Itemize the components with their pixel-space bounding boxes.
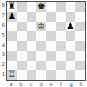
square-h5[interactable] (75, 31, 85, 41)
square-a7[interactable]: ♟ (7, 12, 17, 22)
square-f6[interactable] (56, 22, 66, 32)
square-f1[interactable] (56, 70, 66, 80)
square-g3[interactable] (66, 51, 76, 61)
square-a5[interactable] (7, 31, 17, 41)
square-e5[interactable] (46, 31, 56, 41)
square-h7[interactable] (75, 12, 85, 22)
black-pawn[interactable]: ♟ (66, 22, 76, 32)
square-c8[interactable] (27, 2, 37, 12)
square-d2[interactable] (36, 61, 46, 71)
chess-diagram: 8 7 6 5 4 3 2 1 ♜♚♟♔♟♖ a b c d e f g h (0, 0, 87, 87)
square-d6[interactable]: ♔ (36, 22, 46, 32)
square-b2[interactable] (17, 61, 27, 71)
square-f8[interactable] (56, 2, 66, 12)
file-label-f: f (56, 81, 66, 87)
square-b5[interactable] (17, 31, 27, 41)
file-labels: a b c d e f g h (6, 80, 86, 87)
square-c7[interactable] (27, 12, 37, 22)
square-d3[interactable] (36, 51, 46, 61)
file-label-e: e (46, 81, 56, 87)
square-h1[interactable] (75, 70, 85, 80)
square-e3[interactable] (46, 51, 56, 61)
square-c6[interactable] (27, 22, 37, 32)
square-g6[interactable]: ♟ (66, 22, 76, 32)
square-h2[interactable] (75, 61, 85, 71)
file-label-g: g (66, 81, 76, 87)
white-king[interactable]: ♔ (36, 22, 46, 32)
square-c5[interactable] (27, 31, 37, 41)
square-f4[interactable] (56, 41, 66, 51)
square-c4[interactable] (27, 41, 37, 51)
square-g8[interactable] (66, 2, 76, 12)
file-label-h: h (76, 81, 86, 87)
white-rook[interactable]: ♖ (7, 70, 17, 80)
square-b6[interactable] (17, 22, 27, 32)
square-d5[interactable] (36, 31, 46, 41)
square-e1[interactable] (46, 70, 56, 80)
file-label-c: c (26, 81, 36, 87)
square-d1[interactable] (36, 70, 46, 80)
square-a1[interactable]: ♖ (7, 70, 17, 80)
square-c3[interactable] (27, 51, 37, 61)
square-c2[interactable] (27, 61, 37, 71)
square-b8[interactable] (17, 2, 27, 12)
square-f5[interactable] (56, 31, 66, 41)
square-e2[interactable] (46, 61, 56, 71)
square-f7[interactable] (56, 12, 66, 22)
square-c1[interactable] (27, 70, 37, 80)
square-a6[interactable] (7, 22, 17, 32)
square-e6[interactable] (46, 22, 56, 32)
square-g1[interactable] (66, 70, 76, 80)
square-h8[interactable] (75, 2, 85, 12)
black-pawn[interactable]: ♟ (7, 12, 17, 22)
square-e8[interactable] (46, 2, 56, 12)
square-a3[interactable] (7, 51, 17, 61)
square-g5[interactable] (66, 31, 76, 41)
square-b4[interactable] (17, 41, 27, 51)
square-b3[interactable] (17, 51, 27, 61)
square-d4[interactable] (36, 41, 46, 51)
square-f3[interactable] (56, 51, 66, 61)
square-g2[interactable] (66, 61, 76, 71)
square-g4[interactable] (66, 41, 76, 51)
file-label-b: b (16, 81, 26, 87)
square-h3[interactable] (75, 51, 85, 61)
square-e4[interactable] (46, 41, 56, 51)
black-king[interactable]: ♚ (36, 2, 46, 12)
square-e7[interactable] (46, 12, 56, 22)
file-label-a: a (6, 81, 16, 87)
chess-board: ♜♚♟♔♟♖ (6, 1, 86, 81)
square-d8[interactable]: ♚ (36, 2, 46, 12)
file-label-d: d (36, 81, 46, 87)
square-f2[interactable] (56, 61, 66, 71)
square-h4[interactable] (75, 41, 85, 51)
square-b1[interactable] (17, 70, 27, 80)
square-a4[interactable] (7, 41, 17, 51)
square-b7[interactable] (17, 12, 27, 22)
square-h6[interactable] (75, 22, 85, 32)
